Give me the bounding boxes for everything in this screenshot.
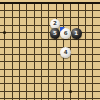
grid-line: [0, 17, 100, 18]
grid-line: [0, 76, 100, 77]
star-point: [69, 90, 72, 93]
move-number: 6: [64, 31, 68, 37]
grid-line: [0, 10, 100, 11]
grid-line: [0, 91, 100, 92]
grid-line: [0, 98, 100, 99]
grid-line: [0, 54, 100, 55]
stone-black-1: 1: [71, 28, 82, 39]
go-board[interactable]: 12456: [0, 0, 100, 100]
last-move-marker: [60, 27, 65, 32]
star-point: [3, 31, 6, 34]
move-number: 1: [74, 31, 78, 37]
move-number: 4: [64, 50, 68, 56]
grid-line: [0, 47, 100, 48]
grid-line: [0, 83, 100, 84]
grid-line: [0, 39, 100, 40]
grid-line: [0, 61, 100, 62]
board-top-edge: [0, 2, 100, 4]
stone-white-4: 4: [60, 47, 71, 58]
move-number: 5: [53, 31, 57, 37]
grid-line: [0, 69, 100, 70]
move-number: 2: [53, 21, 57, 27]
